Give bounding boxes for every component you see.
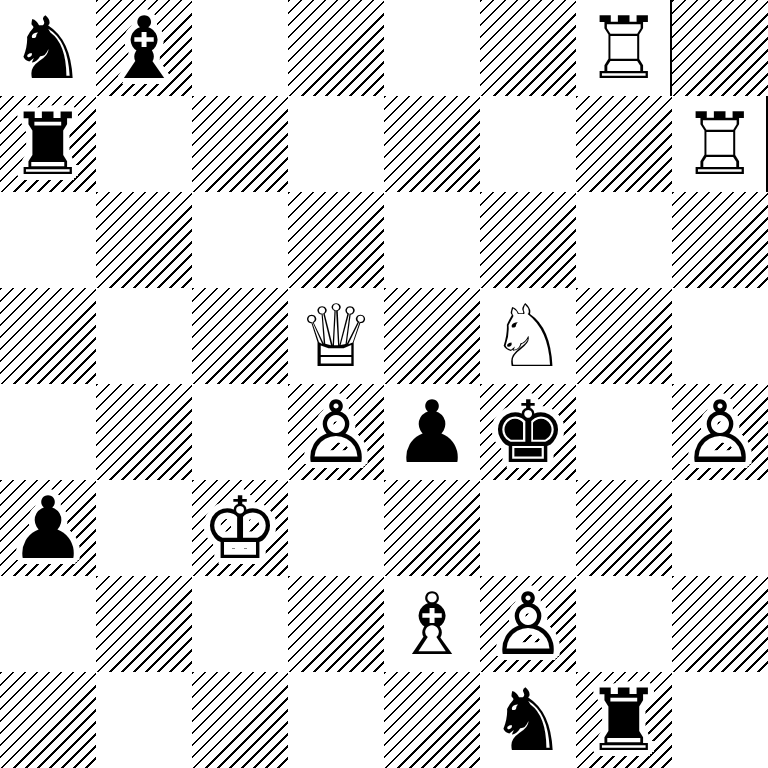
chess-board: ♞♝♖♜♖♕♘♙♟♚♙♟♔♗♙♞♜ [0, 0, 768, 768]
square-h4[interactable]: ♙ [672, 384, 768, 480]
black-knight-icon[interactable]: ♞ [9, 0, 86, 96]
square-a7[interactable]: ♜ [0, 96, 96, 192]
square-f8[interactable] [480, 0, 576, 96]
square-g8[interactable]: ♖ [576, 0, 672, 96]
square-c6[interactable] [192, 192, 288, 288]
square-b3[interactable] [96, 480, 192, 576]
square-d2[interactable] [288, 576, 384, 672]
square-b5[interactable] [96, 288, 192, 384]
square-g1[interactable]: ♜ [576, 672, 672, 768]
white-rook-icon[interactable]: ♖ [681, 96, 758, 192]
square-e5[interactable] [384, 288, 480, 384]
square-d5[interactable]: ♕ [288, 288, 384, 384]
square-h6[interactable] [672, 192, 768, 288]
square-e3[interactable] [384, 480, 480, 576]
square-a4[interactable] [0, 384, 96, 480]
square-d3[interactable] [288, 480, 384, 576]
square-h1[interactable] [672, 672, 768, 768]
white-pawn-icon[interactable]: ♙ [681, 384, 758, 480]
square-b6[interactable] [96, 192, 192, 288]
square-d6[interactable] [288, 192, 384, 288]
square-a6[interactable] [0, 192, 96, 288]
square-c8[interactable] [192, 0, 288, 96]
square-c1[interactable] [192, 672, 288, 768]
black-bishop-icon[interactable]: ♝ [105, 0, 182, 96]
square-f2[interactable]: ♙ [480, 576, 576, 672]
square-f6[interactable] [480, 192, 576, 288]
white-queen-icon[interactable]: ♕ [297, 288, 374, 384]
square-f1[interactable]: ♞ [480, 672, 576, 768]
square-e6[interactable] [384, 192, 480, 288]
square-g3[interactable] [576, 480, 672, 576]
square-f3[interactable] [480, 480, 576, 576]
square-c5[interactable] [192, 288, 288, 384]
square-e1[interactable] [384, 672, 480, 768]
square-g4[interactable] [576, 384, 672, 480]
square-g5[interactable] [576, 288, 672, 384]
square-d8[interactable] [288, 0, 384, 96]
square-e8[interactable] [384, 0, 480, 96]
square-d1[interactable] [288, 672, 384, 768]
square-f5[interactable]: ♘ [480, 288, 576, 384]
square-a3[interactable]: ♟ [0, 480, 96, 576]
square-e2[interactable]: ♗ [384, 576, 480, 672]
square-c2[interactable] [192, 576, 288, 672]
square-e4[interactable]: ♟ [384, 384, 480, 480]
square-c3[interactable]: ♔ [192, 480, 288, 576]
square-h2[interactable] [672, 576, 768, 672]
square-b2[interactable] [96, 576, 192, 672]
square-g2[interactable] [576, 576, 672, 672]
square-a1[interactable] [0, 672, 96, 768]
square-b4[interactable] [96, 384, 192, 480]
square-g6[interactable] [576, 192, 672, 288]
white-king-icon[interactable]: ♔ [201, 480, 278, 576]
black-pawn-icon[interactable]: ♟ [9, 480, 86, 576]
square-a8[interactable]: ♞ [0, 0, 96, 96]
square-h3[interactable] [672, 480, 768, 576]
black-pawn-icon[interactable]: ♟ [393, 384, 470, 480]
square-d7[interactable] [288, 96, 384, 192]
square-c7[interactable] [192, 96, 288, 192]
square-g7[interactable] [576, 96, 672, 192]
square-d4[interactable]: ♙ [288, 384, 384, 480]
square-b1[interactable] [96, 672, 192, 768]
black-king-icon[interactable]: ♚ [489, 384, 566, 480]
square-h8[interactable] [672, 0, 768, 96]
white-rook-icon[interactable]: ♖ [585, 0, 662, 96]
white-bishop-icon[interactable]: ♗ [393, 576, 470, 672]
square-f7[interactable] [480, 96, 576, 192]
white-pawn-icon[interactable]: ♙ [297, 384, 374, 480]
black-knight-icon[interactable]: ♞ [489, 672, 566, 768]
square-h7[interactable]: ♖ [672, 96, 768, 192]
black-rook-icon[interactable]: ♜ [585, 672, 662, 768]
square-e7[interactable] [384, 96, 480, 192]
black-rook-icon[interactable]: ♜ [9, 96, 86, 192]
square-a2[interactable] [0, 576, 96, 672]
square-b8[interactable]: ♝ [96, 0, 192, 96]
square-h5[interactable] [672, 288, 768, 384]
white-pawn-icon[interactable]: ♙ [489, 576, 566, 672]
square-b7[interactable] [96, 96, 192, 192]
square-f4[interactable]: ♚ [480, 384, 576, 480]
square-c4[interactable] [192, 384, 288, 480]
square-a5[interactable] [0, 288, 96, 384]
white-knight-icon[interactable]: ♘ [489, 288, 566, 384]
